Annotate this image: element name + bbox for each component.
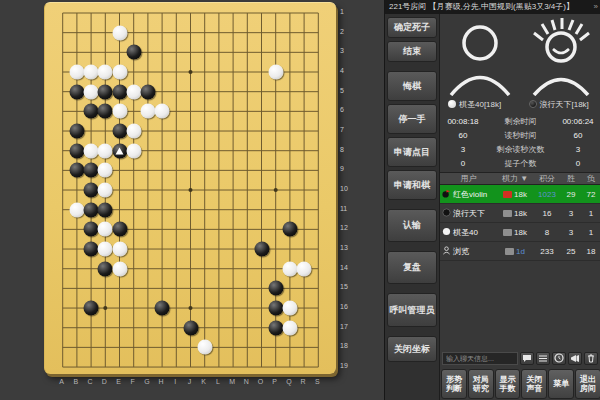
black-stone	[98, 202, 113, 217]
user-table-header[interactable]: 用户棋力 ▼积分胜负	[440, 172, 600, 185]
sidebar-button-8[interactable]: 复盘	[387, 251, 437, 284]
rank-cell: 18k	[497, 190, 533, 199]
white-stone	[268, 65, 283, 80]
white-stone	[84, 65, 99, 80]
score-cell: 16	[533, 209, 561, 218]
row-label: 8	[340, 146, 344, 153]
black-stone	[254, 242, 269, 257]
user-cell: 浏览	[440, 246, 497, 257]
black-stat-value: 00:06:24	[555, 117, 600, 126]
table-header-cell[interactable]: 棋力 ▼	[497, 173, 533, 184]
rank-badge-icon	[503, 191, 512, 198]
column-label: H	[155, 378, 167, 385]
row-label: 16	[340, 303, 348, 310]
white-stat-value: 3	[440, 145, 486, 154]
black-stone	[155, 301, 170, 316]
user-cell: 红色violin	[440, 189, 497, 200]
black-stone	[126, 45, 141, 60]
action-sidebar: 确定死子结束悔棋停一手申请点目申请和棋认输复盘呼叫管理员关闭坐标	[385, 14, 440, 400]
user-name: 浪行天下	[453, 208, 485, 219]
black-stat-value: 60	[555, 131, 600, 140]
rank-text: 18k	[514, 209, 527, 218]
black-stone	[98, 84, 113, 99]
rank-badge-icon	[503, 210, 512, 217]
black-stone	[112, 143, 127, 158]
rank-badge-icon	[503, 229, 512, 236]
sidebar-button-2[interactable]: 结束	[387, 41, 437, 62]
white-stone	[126, 143, 141, 158]
white-stone-icon	[448, 100, 456, 108]
row-label: 6	[340, 106, 344, 113]
megaphone-icon[interactable]	[568, 352, 582, 365]
black-stone	[84, 163, 99, 178]
row-label: 3	[340, 47, 344, 54]
stat-row: 0 提子个数 0	[440, 156, 600, 170]
white-stone	[98, 222, 113, 237]
row-label: 15	[340, 283, 348, 290]
row-label: 5	[340, 87, 344, 94]
white-stone	[84, 84, 99, 99]
white-stone	[126, 84, 141, 99]
white-stone	[112, 25, 127, 40]
column-label: G	[141, 378, 153, 385]
room-title: 221号房间 【月赛级,分先,中国规则(黑贴3又3/4子)】	[389, 2, 574, 11]
black-stone	[69, 143, 84, 158]
column-label: B	[70, 378, 82, 385]
row-label: 11	[340, 205, 347, 212]
black-player-avatar	[526, 16, 596, 96]
column-label: J	[184, 378, 196, 385]
rank-text: 18k	[514, 190, 527, 199]
black-stone	[69, 124, 84, 139]
black-stone	[112, 222, 127, 237]
white-stone	[282, 320, 297, 335]
chat-input[interactable]	[442, 352, 518, 365]
bottom-button-3[interactable]: 显示手数	[495, 369, 521, 399]
stat-label: 剩余时间	[486, 116, 555, 127]
column-label: N	[240, 378, 252, 385]
table-header-cell[interactable]: 积分	[533, 173, 561, 184]
player-avatars	[440, 16, 600, 98]
bottom-button-4[interactable]: 关闭声音	[521, 369, 547, 399]
white-player-name: 棋圣40[18k]	[459, 99, 501, 110]
white-stone	[197, 340, 212, 355]
black-stone	[84, 202, 99, 217]
user-cell: 棋圣40	[440, 227, 497, 238]
black-stone	[98, 261, 113, 276]
row-label: 9	[340, 165, 344, 172]
rank-text: 18k	[514, 228, 527, 237]
list-icon[interactable]	[536, 352, 550, 365]
white-stone	[84, 143, 99, 158]
black-stone	[98, 104, 113, 119]
rank-badge-icon	[505, 248, 514, 255]
stat-label: 读秒时间	[486, 130, 555, 141]
black-stone	[268, 320, 283, 335]
sidebar-button-4[interactable]: 停一手	[387, 104, 437, 134]
row-label: 1	[340, 8, 344, 15]
white-stone	[112, 104, 127, 119]
black-stone	[268, 301, 283, 316]
black-stone	[282, 222, 297, 237]
row-label: 7	[340, 126, 344, 133]
black-stone	[69, 163, 84, 178]
column-label: P	[269, 378, 281, 385]
row-label: 17	[340, 323, 348, 330]
stat-label: 提子个数	[486, 158, 555, 169]
collapse-chevron-icon[interactable]: »	[594, 0, 598, 14]
bottom-button-5[interactable]: 菜单	[548, 369, 574, 399]
white-stone	[112, 261, 127, 276]
player-names: 棋圣40[18k] 浪行天下[18k]	[440, 98, 600, 110]
column-label: E	[113, 378, 125, 385]
wins-cell: 29	[561, 190, 581, 199]
black-stone-icon	[442, 208, 451, 219]
row-label: 2	[340, 28, 344, 35]
white-stone	[98, 183, 113, 198]
white-stone	[69, 202, 84, 217]
sidebar-button-5[interactable]: 申请点目	[387, 137, 437, 167]
white-stone	[69, 65, 84, 80]
row-label: 12	[340, 224, 348, 231]
row-label: 13	[340, 244, 348, 251]
user-name: 棋圣40	[453, 227, 478, 238]
black-stat-value: 3	[555, 145, 600, 154]
white-stone	[98, 163, 113, 178]
bottom-button-6[interactable]: 退出房间	[575, 369, 600, 399]
black-stat-value: 0	[555, 159, 600, 168]
row-label: 10	[340, 185, 348, 192]
stat-row: 60 读秒时间 60	[440, 128, 600, 142]
white-stone	[282, 261, 297, 276]
user-name: 浏览	[453, 246, 469, 257]
user-table-body: 红色violin 18k 1023 29 72 浪行天下 18k 16 3 1 …	[440, 185, 600, 261]
column-label: O	[255, 378, 267, 385]
losses-cell: 72	[581, 190, 600, 199]
black-stone	[112, 124, 127, 139]
white-stat-value: 00:08:18	[440, 117, 486, 126]
column-label: L	[212, 378, 224, 385]
white-stat-value: 0	[440, 159, 486, 168]
column-label: M	[226, 378, 238, 385]
column-label: R	[297, 378, 309, 385]
row-label: 4	[340, 67, 344, 74]
stat-label: 剩余读秒次数	[486, 144, 555, 155]
white-stone	[126, 124, 141, 139]
score-cell: 233	[533, 247, 561, 256]
losses-cell: 18	[581, 247, 600, 256]
black-player-name: 浪行天下[18k]	[540, 99, 589, 110]
column-label: A	[56, 378, 68, 385]
user-name: 红色violin	[453, 189, 487, 200]
user-table-row[interactable]: 浏览 1d 233 25 18	[440, 242, 600, 261]
row-label: 18	[340, 342, 348, 349]
black-stone	[268, 281, 283, 296]
panel-main: 棋圣40[18k] 浪行天下[18k] 00:08:18 剩余时间 00:06:…	[440, 14, 600, 400]
flag-stone-icon	[442, 189, 451, 200]
user-table-row[interactable]: 棋圣40 18k 8 3 1	[440, 223, 600, 242]
black-stone-icon	[529, 100, 537, 108]
score-cell: 1023	[533, 190, 561, 199]
column-label: D	[98, 378, 110, 385]
column-label: F	[127, 378, 139, 385]
sidebar-button-1[interactable]: 确定死子	[387, 17, 437, 38]
wins-cell: 25	[561, 247, 581, 256]
sidebar-button-6[interactable]: 申请和棋	[387, 170, 437, 200]
losses-cell: 1	[581, 228, 600, 237]
column-label: C	[84, 378, 96, 385]
bottom-toolbar: 形势判断对局研究显示手数关闭声音菜单退出房间	[441, 369, 600, 399]
row-label: 19	[340, 362, 348, 369]
white-stone	[98, 143, 113, 158]
sidebar-button-9[interactable]: 呼叫管理员	[387, 293, 437, 327]
rank-cell: 18k	[497, 228, 533, 237]
game-panel: 221号房间 【月赛级,分先,中国规则(黑贴3又3/4子)】 » 确定死子结束悔…	[384, 0, 600, 400]
white-player-avatar	[445, 16, 515, 96]
column-label: I	[169, 378, 181, 385]
chat-row	[442, 350, 600, 366]
go-client-window: ABCDEFGHIJKLMNOPQRS 12345678910111213141…	[0, 0, 600, 400]
white-stone	[297, 261, 312, 276]
clock-icon[interactable]	[552, 352, 566, 365]
black-stone	[84, 242, 99, 257]
rank-cell: 1d	[497, 247, 533, 256]
last-move-marker-icon	[116, 148, 124, 155]
black-stone	[140, 84, 155, 99]
user-cell: 浪行天下	[440, 208, 497, 219]
white-stone	[282, 301, 297, 316]
user-table-row[interactable]: 红色violin 18k 1023 29 72	[440, 185, 600, 204]
sidebar-button-10[interactable]: 关闭坐标	[387, 336, 437, 362]
black-stone	[84, 301, 99, 316]
room-title-bar: 221号房间 【月赛级,分先,中国规则(黑贴3又3/4子)】 »	[385, 0, 600, 14]
go-board[interactable]	[44, 2, 336, 374]
user-table: 用户棋力 ▼积分胜负 红色violin 18k 1023 29 72 浪行天下 …	[440, 172, 600, 261]
user-table-row[interactable]: 浪行天下 18k 16 3 1	[440, 204, 600, 223]
table-header-cell[interactable]: 用户	[440, 173, 497, 184]
black-stone	[84, 183, 99, 198]
trash-icon[interactable]	[584, 352, 598, 365]
chat-bubble-icon[interactable]	[520, 352, 534, 365]
score-cell: 8	[533, 228, 561, 237]
sidebar-button-7[interactable]: 认输	[387, 209, 437, 242]
white-stone-icon	[442, 227, 451, 238]
black-stone	[183, 320, 198, 335]
column-label: K	[198, 378, 210, 385]
white-stone	[112, 65, 127, 80]
wins-cell: 3	[561, 228, 581, 237]
black-stone	[69, 84, 84, 99]
black-stone	[84, 104, 99, 119]
losses-cell: 1	[581, 209, 600, 218]
table-header-cell[interactable]: 胜	[561, 173, 581, 184]
white-stone	[112, 242, 127, 257]
white-stone	[98, 65, 113, 80]
game-stats: 00:08:18 剩余时间 00:06:2460 读秒时间 603 剩余读秒次数…	[440, 114, 600, 170]
wins-cell: 3	[561, 209, 581, 218]
stat-row: 00:08:18 剩余时间 00:06:24	[440, 114, 600, 128]
column-label: Q	[283, 378, 295, 385]
white-stone	[155, 104, 170, 119]
sidebar-button-3[interactable]: 悔棋	[387, 71, 437, 101]
white-stat-value: 60	[440, 131, 486, 140]
rank-text: 1d	[516, 247, 525, 256]
white-player-name-row: 棋圣40[18k]	[440, 98, 521, 110]
black-stone	[112, 84, 127, 99]
black-stone	[84, 222, 99, 237]
rank-cell: 18k	[497, 209, 533, 218]
white-stone	[140, 104, 155, 119]
person-icon	[442, 246, 451, 257]
table-header-cell[interactable]: 负	[581, 173, 600, 184]
black-player-name-row: 浪行天下[18k]	[521, 98, 600, 110]
bottom-button-1[interactable]: 形势判断	[441, 369, 467, 399]
row-label: 14	[340, 264, 348, 271]
stat-row: 3 剩余读秒次数 3	[440, 142, 600, 156]
white-stone	[98, 242, 113, 257]
column-label: S	[311, 378, 323, 385]
bottom-button-2[interactable]: 对局研究	[468, 369, 494, 399]
